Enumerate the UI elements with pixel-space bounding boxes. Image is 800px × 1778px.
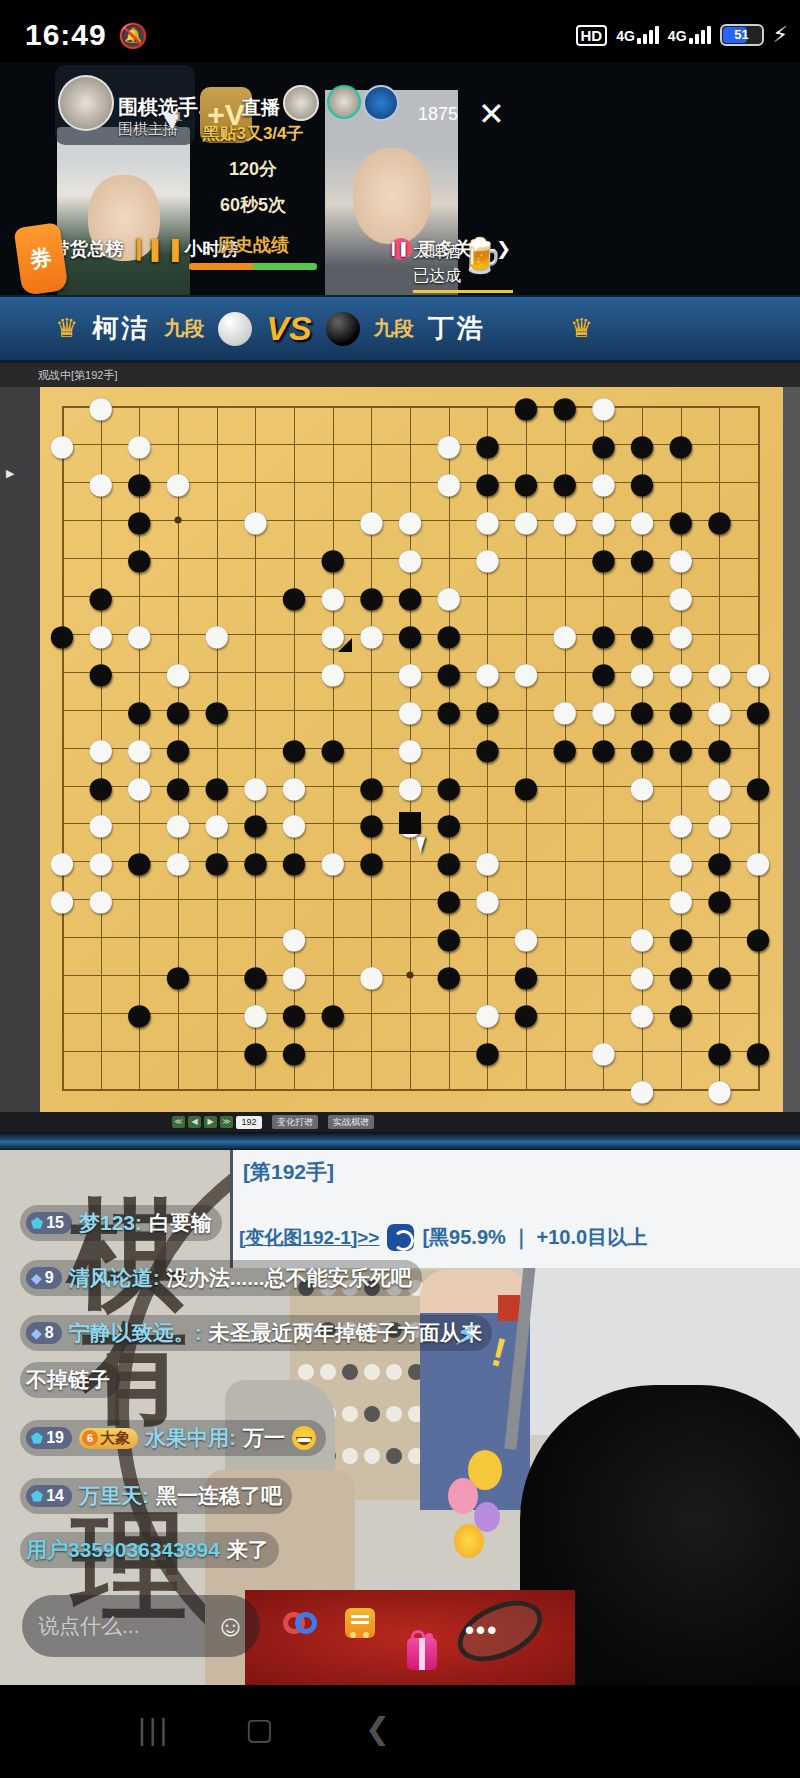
ai-eval-text: [黑95.9% ｜ +10.0目以上 — [422, 1224, 647, 1251]
game-scoreboard: 黑贴3又3/4子 120分 60秒5次 历史战绩 — [188, 122, 318, 270]
white-stone-9-4: ● — [350, 499, 392, 541]
black-stone-5-9: ● — [196, 689, 238, 731]
battery-icon: 51 — [720, 24, 764, 46]
home-button[interactable]: ▢ — [245, 1711, 273, 1746]
grin-emoji — [292, 1426, 316, 1450]
white-stone-3-7: ● — [118, 613, 160, 655]
black-stone-18-4: ● — [698, 499, 740, 541]
level-badge: ◆9 — [26, 1267, 62, 1289]
co-host-avatar[interactable] — [283, 85, 319, 121]
viewer-avatar-1[interactable] — [327, 85, 361, 119]
gem-icon: ⬟ — [31, 1430, 43, 1446]
red-seal — [498, 1295, 520, 1321]
black-stone-7-18: ● — [273, 1030, 315, 1072]
history-bar — [189, 263, 317, 270]
goal-text: 大啤酒已达成 — [413, 240, 461, 288]
close-icon[interactable]: ✕ — [478, 95, 505, 133]
move-number-label: [第192手] — [243, 1158, 334, 1186]
chat-text: 万一 — [243, 1424, 285, 1452]
stream-header: 围棋选手... 围棋主播 ♥1 +V 直播 1875 ✕ 🛒 带货总榜 ▎▌▐ … — [0, 62, 800, 315]
chat-message[interactable]: ⬟15梦123:白要输 — [20, 1205, 222, 1241]
black-stone-6-13: ● — [234, 840, 276, 882]
white-stone-14-4: ● — [544, 499, 586, 541]
go-app-window: 观战中[第192手] ▶ ●●●●●●●●●●●●●●●●●●●●●●●●●●●… — [0, 363, 800, 1132]
entry-username: 用户3359036343894 — [26, 1536, 220, 1564]
player-left-rank: 九段 — [164, 315, 204, 342]
black-stone-2-8: ● — [80, 651, 122, 693]
replay-nav-button[interactable]: ◀ — [188, 1116, 201, 1128]
replay-control-bar: ≪◀▶≫192 变化打谱 实战棋谱 — [0, 1112, 800, 1132]
white-stone-1-2: ● — [41, 423, 83, 465]
chat-message[interactable]: ◆9清风论道:没办法......总不能安乐死吧 — [20, 1260, 422, 1296]
clock: 16:49 — [25, 18, 107, 52]
white-stone-2-3: ● — [80, 461, 122, 503]
gift-icon[interactable] — [407, 1638, 437, 1670]
white-stone-13-8: ● — [505, 651, 547, 693]
mute-bell-icon: 🔕 — [118, 22, 148, 50]
white-stone-6-4: ● — [234, 499, 276, 541]
sim1-signal-icon: 4G — [616, 26, 659, 44]
black-stone-11-9: ● — [428, 689, 470, 731]
goal-underline — [413, 290, 513, 293]
chat-text: 没办法......总不能安乐死吧 — [167, 1264, 412, 1292]
chat-input[interactable]: 说点什么... ☺ — [22, 1595, 260, 1657]
black-stone-13-1: ● — [505, 385, 547, 427]
black-stone-18-14: ● — [698, 878, 740, 920]
black-stone-13-11: ● — [505, 765, 547, 807]
white-stone-16-11: ● — [621, 765, 663, 807]
more-options-icon[interactable]: ••• — [465, 1615, 498, 1646]
black-stone-5-13: ● — [196, 840, 238, 882]
white-stone-16-17: ● — [621, 992, 663, 1034]
app-toolbar: 观战中[第192手] — [0, 363, 800, 387]
main-time-label: 120分 — [188, 157, 318, 181]
android-nav-bar: ||| ▢ ❮ — [0, 1685, 800, 1778]
voucher-icon[interactable]: 券 — [13, 222, 68, 296]
sim2-signal-icon: 4G — [668, 26, 711, 44]
black-stone-18-16: ● — [698, 954, 740, 996]
black-stone-3-17: ● — [118, 992, 160, 1034]
white-stone-5-7: ● — [196, 613, 238, 655]
level-badge: ⬟14 — [26, 1485, 72, 1507]
white-stone-15-18: ● — [582, 1030, 624, 1072]
black-stone-7-6: ● — [273, 575, 315, 617]
separator-band — [0, 1132, 800, 1150]
player-right-rank: 九段 — [374, 315, 414, 342]
phone-screen: 16:49 🔕 HD 4G 4G 51 ⚡ 围棋选手... 围棋主播 ♥1 +V… — [0, 0, 800, 1778]
byoyomi-label: 60秒5次 — [188, 193, 318, 217]
black-stone-icon — [326, 312, 360, 346]
player-right-name: 丁浩 — [428, 311, 486, 346]
variation-link[interactable]: [变化图192-1]>> — [239, 1225, 379, 1251]
chat-message[interactable]: ⬟14万里天:黑一连稳了吧 — [20, 1478, 292, 1514]
viewer-avatar-2[interactable] — [363, 85, 399, 121]
variation-panel: [第192手] [变化图192-1]>> [黑95.9% ｜ +10.0目以上 — [230, 1150, 800, 1268]
level-badge: ⬟15 — [26, 1212, 72, 1234]
chat-username[interactable]: 清风论道: — [69, 1264, 160, 1292]
level-badge: ◆8 — [26, 1322, 62, 1344]
black-stone-15-10: ● — [582, 727, 624, 769]
sidebar-play-icon[interactable]: ▶ — [6, 467, 14, 480]
chat-text: 黑一连稳了吧 — [156, 1482, 282, 1510]
black-stone-14-1: ● — [544, 385, 586, 427]
white-stone-10-12: ● — [389, 802, 431, 844]
white-stone-16-19: ● — [621, 1068, 663, 1110]
white-stone-8-13: ● — [312, 840, 354, 882]
window-right-edge — [783, 387, 800, 1112]
black-stone-16-5: ● — [621, 537, 663, 579]
ai-engine-logo — [387, 1224, 414, 1251]
black-stone-1-7: ● — [41, 613, 83, 655]
streamer-avatar[interactable] — [58, 75, 114, 131]
beer-icon: 🍺 — [460, 235, 502, 275]
replay-nav-button[interactable]: ≫ — [220, 1116, 233, 1128]
vs-banner: ♛ 柯洁 九段 VS 九段 丁浩 ♛ — [0, 295, 800, 363]
white-stone-2-14: ● — [80, 878, 122, 920]
crown-left-icon: ♛ — [55, 313, 78, 344]
black-stone-19-11: ● — [737, 765, 779, 807]
white-stone-12-14: ● — [466, 878, 508, 920]
white-stone-2-1: ● — [80, 385, 122, 427]
white-stone-12-5: ● — [466, 537, 508, 579]
chat-username[interactable]: 宁静以致远。: — [69, 1319, 202, 1347]
black-stone-19-15: ● — [737, 916, 779, 958]
gem-icon: ⬟ — [31, 1488, 43, 1504]
black-stone-6-18: ● — [234, 1030, 276, 1072]
gem-icon: ⬟ — [31, 1215, 43, 1231]
black-stone-17-2: ● — [660, 423, 702, 465]
level-badge: ⬟19 — [26, 1427, 72, 1449]
crown-right-icon: ♛ — [570, 313, 593, 344]
white-stone-11-3: ● — [428, 461, 470, 503]
shop-cart-icon[interactable] — [345, 1608, 375, 1638]
white-stone-18-19: ● — [698, 1068, 740, 1110]
live-badge: 直播 — [242, 95, 280, 121]
white-stone-19-13: ● — [737, 840, 779, 882]
history-label: 历史战绩 — [188, 233, 318, 257]
viewer-count: 1875 — [418, 104, 458, 125]
black-stone-8-17: ● — [312, 992, 354, 1034]
replay-buttons[interactable]: ≪◀▶≫192 — [172, 1116, 262, 1129]
chat-username[interactable]: 梦123: — [79, 1209, 142, 1237]
black-stone-14-10: ● — [544, 727, 586, 769]
chat-message[interactable]: ◆8宁静以致远。:未圣最近两年掉链子方面从来 — [20, 1315, 492, 1351]
chat-username[interactable]: 水果中用: — [145, 1424, 236, 1452]
chat-message[interactable]: ⬟196大象水果中用:万一 — [20, 1420, 326, 1456]
white-stone-13-4: ● — [505, 499, 547, 541]
white-stone-14-7: ● — [544, 613, 586, 655]
black-stone-7-13: ● — [273, 840, 315, 882]
live-game-button[interactable]: 实战棋谱 — [328, 1115, 374, 1129]
gem-icon: ◆ — [31, 1270, 42, 1286]
white-stone-4-3: ● — [157, 461, 199, 503]
black-stone-3-5: ● — [118, 537, 160, 579]
black-stone-9-13: ● — [350, 840, 392, 882]
white-stone-9-7: ● — [350, 613, 392, 655]
like-count: 1 — [175, 109, 182, 124]
player-left-video — [57, 127, 190, 297]
black-stone-13-17: ● — [505, 992, 547, 1034]
black-stone-15-5: ● — [582, 537, 624, 579]
black-stone-12-10: ● — [466, 727, 508, 769]
chat-text: 白要输 — [149, 1209, 212, 1237]
white-stone-3-11: ● — [118, 765, 160, 807]
chat-text: 未圣最近两年掉链子方面从来 — [209, 1319, 482, 1347]
chat-placeholder: 说点什么... — [38, 1612, 140, 1640]
balloon-sticker — [440, 1450, 510, 1570]
bar-chart-icon: ▎▌▐ — [137, 238, 179, 261]
white-stone-9-16: ● — [350, 954, 392, 996]
white-stone-4-13: ● — [157, 840, 199, 882]
black-stone-17-10: ● — [660, 727, 702, 769]
recents-button[interactable]: ||| — [138, 1713, 170, 1747]
black-stone-3-13: ● — [118, 840, 160, 882]
black-stone-11-16: ● — [428, 954, 470, 996]
player-left-name: 柯洁 — [92, 311, 150, 346]
vs-label: VS — [266, 309, 311, 348]
last-move-square-marker — [399, 812, 421, 834]
hd-icon: HD — [576, 25, 608, 46]
black-stone-8-10: ● — [312, 727, 354, 769]
entry-text: 来了 — [227, 1536, 269, 1564]
fan-club-badge: 6大象 — [79, 1428, 138, 1449]
entry-notice: 用户3359036343894来了 — [20, 1532, 279, 1568]
board-stones: ●●●●●●●●●●●●●●●●●●●●●●●●●●●●●●●●●●●●●●●●… — [40, 387, 783, 1112]
follow-dot-icon: ▎▌ — [390, 238, 412, 260]
bottom-video-area: 棋 有 理 [第192手] [变化图192-1]>> [黑95.9% ｜ +10… — [0, 1150, 800, 1685]
chat-message-wrap: 不掉链子 — [20, 1362, 120, 1398]
move-number-box[interactable]: 192 — [236, 1116, 262, 1129]
black-stone-19-9: ● — [737, 689, 779, 731]
white-stone-8-8: ● — [312, 651, 354, 693]
black-stone-12-18: ● — [466, 1030, 508, 1072]
go-board[interactable]: ●●●●●●●●●●●●●●●●●●●●●●●●●●●●●●●●●●●●●●●●… — [40, 387, 783, 1112]
back-button[interactable]: ❮ — [365, 1711, 390, 1746]
chat-text: 不掉链子 — [26, 1366, 110, 1394]
black-stone-17-17: ● — [660, 992, 702, 1034]
black-stone-19-18: ● — [737, 1030, 779, 1072]
fan-level: 6 — [82, 1430, 98, 1446]
charging-bolt-icon: ⚡ — [773, 22, 788, 48]
variation-mode-button[interactable]: 变化打谱 — [272, 1115, 318, 1129]
status-bar: 16:49 🔕 HD 4G 4G 51 ⚡ — [0, 0, 800, 62]
gem-icon: ◆ — [31, 1325, 42, 1341]
black-stone-4-16: ● — [157, 954, 199, 996]
chat-username[interactable]: 万里天: — [79, 1482, 149, 1510]
link-mic-icon[interactable] — [283, 1612, 317, 1644]
emoji-icon[interactable]: ☺ — [215, 1609, 246, 1643]
replay-nav-button[interactable]: ≪ — [172, 1116, 185, 1128]
replay-nav-button[interactable]: ▶ — [204, 1116, 217, 1128]
white-stone-icon — [218, 312, 252, 346]
komi-label: 黑贴3又3/4子 — [188, 122, 318, 145]
white-stone-1-14: ● — [41, 878, 83, 920]
